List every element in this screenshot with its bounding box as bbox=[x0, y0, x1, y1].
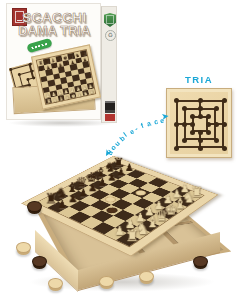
morris-point bbox=[198, 106, 203, 111]
morris-point bbox=[198, 130, 203, 135]
loose-checker bbox=[16, 242, 31, 253]
morris-point bbox=[214, 138, 219, 143]
loose-checker bbox=[48, 278, 63, 289]
loose-checker bbox=[27, 201, 42, 212]
morris-point bbox=[190, 122, 195, 127]
morris-point bbox=[182, 106, 187, 111]
morris-point bbox=[190, 130, 195, 135]
morris-point bbox=[214, 122, 219, 127]
badge-text-squiggle bbox=[31, 42, 48, 49]
double-face-letter: e bbox=[128, 127, 135, 135]
arrow-head-icon: ➤ bbox=[161, 113, 169, 122]
chess-piece: ♜ bbox=[88, 88, 95, 95]
morris-pattern bbox=[176, 100, 224, 148]
morris-point bbox=[198, 114, 203, 119]
loose-checker bbox=[139, 271, 154, 282]
morris-point bbox=[222, 146, 227, 151]
shield-inner bbox=[106, 15, 114, 24]
morris-point bbox=[182, 122, 187, 127]
morris-point bbox=[182, 138, 187, 143]
morris-point bbox=[198, 146, 203, 151]
mini-chess-board: ♜♞♝♛♚♝♞♜♟♟♟♟♟♟♟♟♟♟♟♟♟♟♟♟♜♞♝♛♚♝♞♜ bbox=[36, 49, 96, 105]
product-photo: SCACCHI DAMA TRIA ♜♞♝♛♚♝♞♜♟♟♟♟♟♟♟♟♟♟♟♟♟♟… bbox=[0, 0, 240, 303]
loose-checker bbox=[193, 256, 208, 267]
morris-point bbox=[174, 98, 179, 103]
morris-point bbox=[214, 106, 219, 111]
morris-point bbox=[206, 122, 211, 127]
double-face-letter: f bbox=[140, 122, 145, 129]
double-face-letter: c bbox=[153, 118, 158, 126]
tria-board bbox=[166, 88, 232, 158]
double-face-annotation: double-face➤➤ bbox=[106, 106, 170, 170]
morris-point bbox=[222, 122, 227, 127]
square: ♜ bbox=[88, 88, 95, 95]
morris-point bbox=[174, 122, 179, 127]
morris-point bbox=[206, 130, 211, 135]
morris-point bbox=[190, 114, 195, 119]
chess-piece: ♟ bbox=[54, 199, 69, 210]
chess-piece: ♜ bbox=[124, 228, 141, 244]
retail-box-front: SCACCHI DAMA TRIA ♜♞♝♛♚♝♞♜♟♟♟♟♟♟♟♟♟♟♟♟♟♟… bbox=[6, 3, 101, 120]
morris-point bbox=[198, 98, 203, 103]
box-title: SCACCHI DAMA TRIA bbox=[9, 11, 100, 37]
loose-checker bbox=[99, 276, 114, 287]
double-face-letter: a bbox=[146, 120, 152, 128]
box-title-line1: SCACCHI bbox=[9, 11, 100, 25]
morris-point bbox=[222, 98, 227, 103]
box-art-photo: ♜♞♝♛♚♝♞♜♟♟♟♟♟♟♟♟♟♟♟♟♟♟♟♟♜♞♝♛♚♝♞♜ bbox=[13, 49, 101, 117]
checker-on-board bbox=[103, 196, 119, 204]
tria-label: TRIA bbox=[166, 74, 232, 85]
green-shield-icon bbox=[104, 13, 116, 27]
morris-point bbox=[174, 146, 179, 151]
morris-point bbox=[198, 138, 203, 143]
recycle-icon: ♻ bbox=[105, 30, 116, 41]
box-title-line2: DAMA TRIA bbox=[9, 25, 100, 38]
morris-point bbox=[206, 114, 211, 119]
loose-checker bbox=[32, 256, 47, 267]
